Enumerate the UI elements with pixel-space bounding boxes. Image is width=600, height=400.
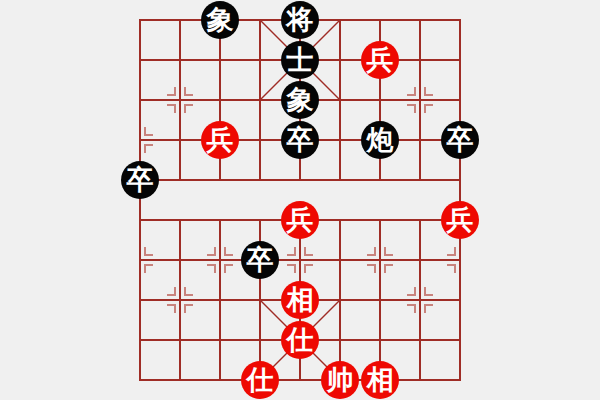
black-advisor[interactable]: 士 [281,41,319,79]
black-soldier[interactable]: 卒 [121,161,159,199]
red-general[interactable]: 帅 [321,361,359,399]
red-soldier[interactable]: 兵 [281,201,319,239]
red-advisor[interactable]: 仕 [281,321,319,359]
black-elephant[interactable]: 象 [281,81,319,119]
red-elephant[interactable]: 相 [361,361,399,399]
black-general[interactable]: 将 [281,1,319,39]
red-soldier[interactable]: 兵 [361,41,399,79]
red-elephant[interactable]: 相 [281,281,319,319]
black-soldier[interactable]: 卒 [241,241,279,279]
black-cannon[interactable]: 炮 [361,121,399,159]
red-advisor[interactable]: 仕 [241,361,279,399]
black-soldier[interactable]: 卒 [281,121,319,159]
black-soldier[interactable]: 卒 [441,121,479,159]
xiangqi-board[interactable]: 象将士兵象兵卒炮卒卒兵兵卒相仕仕帅相 [0,0,600,400]
red-soldier[interactable]: 兵 [441,201,479,239]
black-elephant[interactable]: 象 [201,1,239,39]
board-points[interactable]: 象将士兵象兵卒炮卒卒兵兵卒相仕仕帅相 [120,0,480,400]
red-soldier[interactable]: 兵 [201,121,239,159]
